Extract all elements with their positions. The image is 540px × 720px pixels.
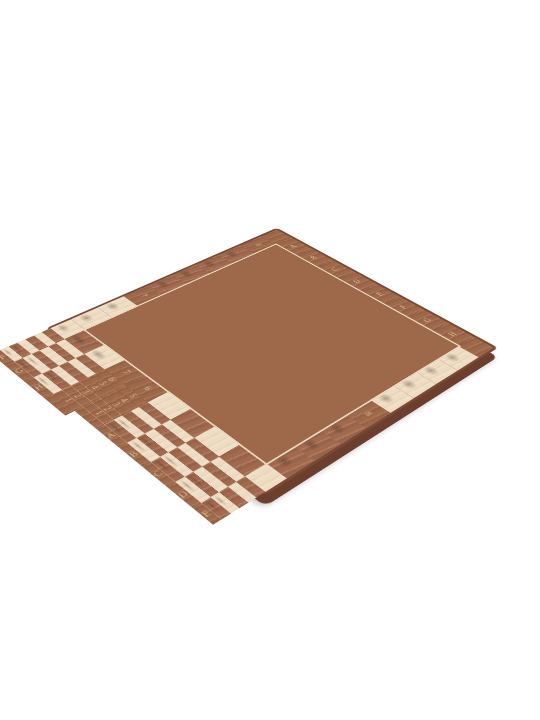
file-label-far-a: A — [289, 244, 299, 249]
file-label-far-c: C — [331, 267, 341, 272]
rank-label-right-8: 8 — [363, 411, 374, 418]
piece-glyph: ♞ — [371, 333, 414, 400]
file-label-near-b: B — [129, 450, 142, 459]
piece-glyph: ♚ — [183, 405, 250, 509]
piece-glyph: ♜ — [150, 231, 185, 285]
chessboard-scene: ABCDEFGH8♜♞♝♛♚♝♞♜87♟♟♟♟♟♟♟♟7665544332♟♟♟… — [0, 0, 540, 720]
rank-label-left-8: 8 — [254, 243, 263, 247]
file-label-near-e: E — [201, 509, 214, 519]
file-label-near-h: H — [33, 384, 45, 392]
piece-glyph: ♟ — [273, 409, 308, 463]
file-label-near-a: A — [105, 431, 118, 440]
file-label-near-g: G — [14, 368, 26, 375]
piece-glyph: ♜ — [28, 322, 68, 384]
rank-label-left-7: 7 — [138, 293, 148, 298]
piece-glyph: ♟ — [89, 309, 120, 357]
file-label-far-b: B — [310, 255, 320, 260]
chess-board: ABCDEFGH8♜♞♝♛♚♝♞♜87♟♟♟♟♟♟♟♟7665544332♟♟♟… — [46, 228, 498, 496]
file-label-far-d: D — [352, 279, 363, 285]
file-label-far-e: E — [375, 291, 385, 297]
piece-glyph: ♟ — [104, 263, 133, 308]
